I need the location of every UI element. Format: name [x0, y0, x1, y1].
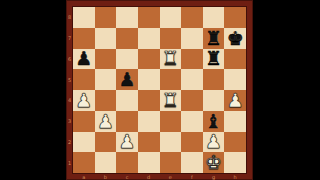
square-g2: ♟ [203, 132, 225, 153]
rank-label-7: 7 [66, 28, 73, 49]
white-pawn-c2: ♟ [119, 132, 136, 151]
square-a6: ♟ [73, 49, 95, 70]
white-pawn-g2: ♟ [205, 132, 222, 151]
black-rook-g7: ♜ [205, 28, 222, 47]
square-d2 [138, 132, 160, 153]
square-c5: ♟ [116, 69, 138, 90]
square-a5 [73, 69, 95, 90]
square-f2 [181, 132, 203, 153]
white-rook-e6: ♜ [162, 49, 179, 68]
square-g8 [203, 7, 225, 28]
black-rook-g6: ♜ [205, 49, 222, 68]
rank-label-5: 5 [66, 69, 73, 90]
square-d4 [138, 90, 160, 111]
square-c6 [116, 49, 138, 70]
square-g7: ♜ [203, 28, 225, 49]
square-b4 [95, 90, 117, 111]
rank-label-6: 6 [66, 49, 73, 70]
square-e3 [160, 111, 182, 132]
square-h3 [224, 111, 246, 132]
square-c2: ♟ [116, 132, 138, 153]
square-h8 [224, 7, 246, 28]
square-g5 [203, 69, 225, 90]
rank-label-1: 1 [66, 152, 73, 173]
square-b3: ♟ [95, 111, 117, 132]
video-frame: 87654321 abcdefgh ♜♚♟♜♜♟♟♜♟♟♝♟♟♚ [0, 0, 320, 180]
square-b1 [95, 152, 117, 173]
file-label-b: b [95, 173, 117, 180]
white-rook-e4: ♜ [162, 90, 179, 109]
square-e1 [160, 152, 182, 173]
black-pawn-c5: ♟ [119, 70, 136, 89]
file-label-a: a [73, 173, 95, 180]
square-e4: ♜ [160, 90, 182, 111]
file-label-h: h [224, 173, 246, 180]
square-g4 [203, 90, 225, 111]
square-d7 [138, 28, 160, 49]
square-d6 [138, 49, 160, 70]
white-pawn-b3: ♟ [97, 111, 114, 130]
square-b7 [95, 28, 117, 49]
rank-labels: 87654321 [66, 7, 73, 173]
square-b5 [95, 69, 117, 90]
file-label-c: c [116, 173, 138, 180]
white-king-g1: ♚ [205, 153, 222, 172]
file-label-e: e [160, 173, 182, 180]
rank-label-2: 2 [66, 132, 73, 153]
square-h6 [224, 49, 246, 70]
square-g6: ♜ [203, 49, 225, 70]
square-e5 [160, 69, 182, 90]
white-pawn-a4: ♟ [75, 90, 92, 109]
black-pawn-a6: ♟ [75, 49, 92, 68]
square-e6: ♜ [160, 49, 182, 70]
square-h4: ♟ [224, 90, 246, 111]
rank-label-3: 3 [66, 111, 73, 132]
square-f3 [181, 111, 203, 132]
square-h5 [224, 69, 246, 90]
square-h2 [224, 132, 246, 153]
chess-board-frame: 87654321 abcdefgh ♜♚♟♜♜♟♟♜♟♟♝♟♟♚ [66, 0, 253, 180]
square-b8 [95, 7, 117, 28]
rank-label-8: 8 [66, 7, 73, 28]
square-a2 [73, 132, 95, 153]
square-g1: ♚ [203, 152, 225, 173]
square-e8 [160, 7, 182, 28]
file-label-g: g [203, 173, 225, 180]
square-g3: ♝ [203, 111, 225, 132]
square-e2 [160, 132, 182, 153]
square-f6 [181, 49, 203, 70]
square-h1 [224, 152, 246, 173]
square-d3 [138, 111, 160, 132]
square-a3 [73, 111, 95, 132]
square-a7 [73, 28, 95, 49]
square-b6 [95, 49, 117, 70]
square-d8 [138, 7, 160, 28]
chess-board: ♜♚♟♜♜♟♟♜♟♟♝♟♟♚ [73, 7, 246, 173]
square-d1 [138, 152, 160, 173]
square-a8 [73, 7, 95, 28]
square-a4: ♟ [73, 90, 95, 111]
square-f5 [181, 69, 203, 90]
square-f1 [181, 152, 203, 173]
square-b2 [95, 132, 117, 153]
square-e7 [160, 28, 182, 49]
file-labels: abcdefgh [73, 173, 246, 180]
square-f8 [181, 7, 203, 28]
square-f7 [181, 28, 203, 49]
square-c8 [116, 7, 138, 28]
square-c4 [116, 90, 138, 111]
square-d5 [138, 69, 160, 90]
black-king-h7: ♚ [227, 28, 244, 47]
square-a1 [73, 152, 95, 173]
file-label-f: f [181, 173, 203, 180]
rank-label-4: 4 [66, 90, 73, 111]
white-pawn-h4: ♟ [227, 90, 244, 109]
square-c7 [116, 28, 138, 49]
file-label-d: d [138, 173, 160, 180]
square-f4 [181, 90, 203, 111]
square-c1 [116, 152, 138, 173]
square-c3 [116, 111, 138, 132]
square-h7: ♚ [224, 28, 246, 49]
black-bishop-g3: ♝ [205, 111, 222, 130]
